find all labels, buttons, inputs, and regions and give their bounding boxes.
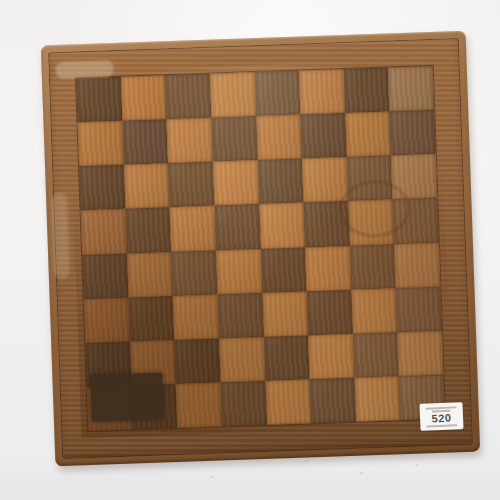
background-specks bbox=[305, 460, 308, 462]
square-e1[interactable] bbox=[265, 379, 311, 425]
square-g8[interactable] bbox=[344, 67, 390, 113]
square-c5[interactable] bbox=[170, 206, 216, 252]
square-a8[interactable] bbox=[76, 77, 122, 123]
square-d4[interactable] bbox=[216, 249, 262, 295]
square-b6[interactable] bbox=[124, 163, 170, 209]
square-b5[interactable] bbox=[125, 208, 171, 254]
square-b4[interactable] bbox=[127, 252, 173, 298]
square-e6[interactable] bbox=[257, 159, 303, 205]
square-e2[interactable] bbox=[264, 335, 310, 381]
square-f4[interactable] bbox=[305, 245, 351, 291]
square-c6[interactable] bbox=[168, 162, 214, 208]
lot-number: 520 bbox=[431, 412, 451, 424]
lot-sticker: 520 bbox=[419, 402, 463, 431]
square-c3[interactable] bbox=[173, 294, 219, 340]
square-h2[interactable] bbox=[397, 330, 443, 376]
square-a4[interactable] bbox=[82, 253, 128, 299]
square-f8[interactable] bbox=[299, 69, 345, 115]
square-d2[interactable] bbox=[219, 337, 265, 383]
square-e8[interactable] bbox=[254, 71, 300, 117]
square-e7[interactable] bbox=[256, 115, 302, 161]
square-e5[interactable] bbox=[259, 203, 305, 249]
square-h4[interactable] bbox=[394, 242, 440, 288]
chessboard bbox=[41, 31, 480, 467]
square-h7[interactable] bbox=[390, 110, 436, 156]
square-d8[interactable] bbox=[210, 72, 256, 118]
photo-background: 520 bbox=[0, 0, 500, 500]
square-c4[interactable] bbox=[171, 250, 217, 296]
square-g7[interactable] bbox=[345, 112, 391, 158]
square-c2[interactable] bbox=[174, 338, 220, 384]
square-d6[interactable] bbox=[213, 160, 259, 206]
sticker-microtext bbox=[426, 406, 456, 409]
square-c1[interactable] bbox=[176, 382, 222, 428]
square-h8[interactable] bbox=[388, 66, 434, 112]
square-b3[interactable] bbox=[128, 296, 174, 342]
square-g3[interactable] bbox=[351, 288, 397, 334]
square-d1[interactable] bbox=[221, 381, 267, 427]
sticker-microtext bbox=[427, 424, 457, 427]
square-a3[interactable] bbox=[84, 297, 130, 343]
square-g4[interactable] bbox=[350, 244, 396, 290]
square-c7[interactable] bbox=[167, 118, 213, 164]
square-a6[interactable] bbox=[79, 165, 125, 211]
square-a5[interactable] bbox=[81, 209, 127, 255]
square-b7[interactable] bbox=[122, 119, 168, 165]
square-c8[interactable] bbox=[165, 74, 211, 120]
square-f2[interactable] bbox=[308, 334, 354, 380]
square-b8[interactable] bbox=[121, 75, 167, 121]
square-d7[interactable] bbox=[211, 116, 257, 162]
square-f7[interactable] bbox=[300, 113, 346, 159]
square-f3[interactable] bbox=[307, 289, 353, 335]
square-d5[interactable] bbox=[214, 204, 260, 250]
floor-band bbox=[0, 468, 500, 500]
scuff-mark-top bbox=[55, 60, 114, 79]
dark-stain-patch bbox=[90, 373, 164, 422]
square-f1[interactable] bbox=[310, 378, 356, 424]
square-g2[interactable] bbox=[353, 332, 399, 378]
square-h3[interactable] bbox=[396, 286, 442, 332]
square-d3[interactable] bbox=[217, 293, 263, 339]
square-a7[interactable] bbox=[77, 121, 123, 167]
square-e3[interactable] bbox=[262, 291, 308, 337]
square-g1[interactable] bbox=[354, 376, 400, 422]
scuff-mark-left bbox=[51, 193, 70, 280]
square-e4[interactable] bbox=[261, 247, 307, 293]
